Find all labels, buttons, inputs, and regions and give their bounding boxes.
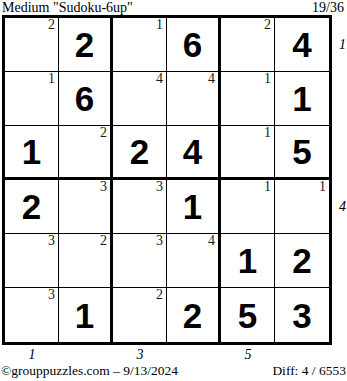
cell-r2c1[interactable]: 1 [5, 72, 59, 126]
given-digit: 4 [292, 27, 311, 62]
corner-mark: 3 [156, 180, 163, 194]
corner-mark: 2 [100, 234, 107, 248]
given-digit: 1 [183, 189, 202, 224]
given-digit: 2 [130, 134, 149, 169]
given-digit: 2 [75, 27, 94, 62]
cell-r1c6[interactable]: 4 [275, 18, 329, 72]
page-title: Medium "Sudoku-6up" [2, 1, 133, 14]
cell-r4c6[interactable]: 1 [275, 180, 329, 234]
given-digit: 1 [22, 134, 41, 169]
col-label-1: 1 [29, 348, 36, 361]
given-digit: 3 [292, 298, 311, 333]
row-label-4: 4 [339, 200, 346, 214]
given-digit: 1 [238, 243, 257, 278]
corner-mark: 1 [264, 72, 271, 86]
cell-r1c5[interactable]: 2 [221, 18, 275, 72]
cell-r6c2[interactable]: 1 [59, 288, 113, 342]
cell-r4c4[interactable]: 1 [167, 180, 221, 234]
given-digit: 1 [292, 81, 311, 116]
difficulty: Diff: 4 / 6553 [272, 364, 346, 378]
puzzle-counter: 19/36 [312, 1, 344, 14]
cell-r1c3[interactable]: 1 [113, 18, 167, 72]
corner-mark: 4 [208, 72, 215, 86]
cell-r3c3[interactable]: 2 [113, 126, 167, 180]
corner-mark: 2 [264, 18, 271, 32]
cell-r1c1[interactable]: 2 [5, 18, 59, 72]
cell-r5c2[interactable]: 2 [59, 234, 113, 288]
cell-r6c3[interactable]: 2 [113, 288, 167, 342]
cell-r3c6[interactable]: 5 [275, 126, 329, 180]
given-digit: 2 [22, 189, 41, 224]
col-label-3: 3 [137, 348, 144, 361]
col-label-5: 5 [245, 348, 252, 361]
corner-mark: 3 [48, 288, 55, 302]
cell-r2c5[interactable]: 1 [221, 72, 275, 126]
cell-r6c4[interactable]: 2 [167, 288, 221, 342]
cell-r2c6[interactable]: 1 [275, 72, 329, 126]
cell-r6c5[interactable]: 5 [221, 288, 275, 342]
corner-mark: 1 [156, 18, 163, 32]
cell-r4c1[interactable]: 2 [5, 180, 59, 234]
cell-r4c5[interactable]: 1 [221, 180, 275, 234]
given-digit: 6 [183, 27, 202, 62]
copyright-date: ©grouppuzzles.com – 9/13/2024 [1, 364, 178, 378]
given-digit: 6 [75, 81, 94, 116]
given-digit: 1 [75, 298, 94, 333]
corner-mark: 3 [100, 180, 107, 194]
corner-mark: 4 [208, 234, 215, 248]
cell-r4c2[interactable]: 3 [59, 180, 113, 234]
cell-r2c2[interactable]: 6 [59, 72, 113, 126]
corner-mark: 1 [48, 72, 55, 86]
cell-r3c5[interactable]: 1 [221, 126, 275, 180]
header: Medium "Sudoku-6up" 19/36 [2, 1, 345, 15]
sudoku-board: 221624164411122415233111323412312253 [2, 15, 332, 345]
corner-mark: 1 [264, 180, 271, 194]
corner-mark: 3 [156, 234, 163, 248]
given-digit: 5 [292, 134, 311, 169]
corner-mark: 1 [319, 180, 326, 194]
corner-mark: 2 [48, 18, 55, 32]
given-digit: 2 [183, 298, 202, 333]
row-label-1: 1 [339, 38, 346, 52]
cell-r3c1[interactable]: 1 [5, 126, 59, 180]
cell-r3c4[interactable]: 4 [167, 126, 221, 180]
cell-r4c3[interactable]: 3 [113, 180, 167, 234]
given-digit: 5 [238, 298, 257, 333]
board-wrap: 221624164411122415233111323412312253 141… [2, 15, 332, 345]
corner-mark: 2 [156, 288, 163, 302]
corner-mark: 1 [264, 126, 271, 140]
given-digit: 4 [183, 134, 202, 169]
cell-r1c2[interactable]: 2 [59, 18, 113, 72]
cell-r5c4[interactable]: 4 [167, 234, 221, 288]
cell-r2c3[interactable]: 4 [113, 72, 167, 126]
given-digit: 2 [292, 243, 311, 278]
puzzle-page: Medium "Sudoku-6up" 19/36 22162416441112… [0, 0, 347, 345]
footer: ©grouppuzzles.com – 9/13/2024 Diff: 4 / … [0, 364, 347, 378]
cell-r6c6[interactable]: 3 [275, 288, 329, 342]
cell-r5c6[interactable]: 2 [275, 234, 329, 288]
cell-r5c3[interactable]: 3 [113, 234, 167, 288]
cell-r3c2[interactable]: 2 [59, 126, 113, 180]
cell-r5c5[interactable]: 1 [221, 234, 275, 288]
corner-mark: 3 [48, 234, 55, 248]
cell-r1c4[interactable]: 6 [167, 18, 221, 72]
cell-r6c1[interactable]: 3 [5, 288, 59, 342]
cell-r2c4[interactable]: 4 [167, 72, 221, 126]
corner-mark: 4 [156, 72, 163, 86]
corner-mark: 2 [100, 126, 107, 140]
cell-r5c1[interactable]: 3 [5, 234, 59, 288]
